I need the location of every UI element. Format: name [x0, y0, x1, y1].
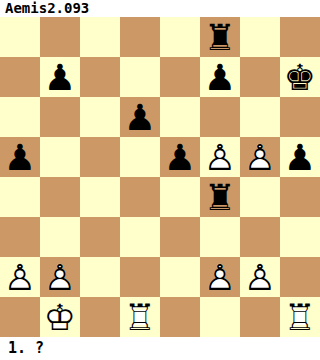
square-c6[interactable] — [80, 97, 120, 137]
piece-outline: ♖ — [280, 297, 320, 337]
square-h3[interactable] — [280, 217, 320, 257]
piece-outline: ♙ — [240, 137, 280, 177]
square-a1[interactable] — [0, 297, 40, 337]
square-g3[interactable] — [240, 217, 280, 257]
piece-outline: ♙ — [200, 257, 240, 297]
square-f6[interactable] — [200, 97, 240, 137]
square-g4[interactable] — [240, 177, 280, 217]
black-pawn-b7: ♟ — [40, 57, 80, 97]
square-a3[interactable] — [0, 217, 40, 257]
square-c7[interactable] — [80, 57, 120, 97]
square-h6[interactable] — [280, 97, 320, 137]
square-e4[interactable] — [160, 177, 200, 217]
square-a5[interactable]: ♟ — [0, 137, 40, 177]
black-pawn-h5: ♟ — [280, 137, 320, 177]
piece-outline: ♙ — [0, 257, 40, 297]
white-rook-h1: ♜♖ — [280, 297, 320, 337]
black-pawn-a5: ♟ — [0, 137, 40, 177]
square-c4[interactable] — [80, 177, 120, 217]
square-a8[interactable] — [0, 17, 40, 57]
white-pawn-g2: ♟♙ — [240, 257, 280, 297]
square-b3[interactable] — [40, 217, 80, 257]
square-e3[interactable] — [160, 217, 200, 257]
white-pawn-g5: ♟♙ — [240, 137, 280, 177]
square-g1[interactable] — [240, 297, 280, 337]
square-c1[interactable] — [80, 297, 120, 337]
black-king-h7: ♚ — [280, 57, 320, 97]
white-king-b1: ♚♔ — [40, 297, 80, 337]
black-pawn-d6: ♟ — [120, 97, 160, 137]
move-prompt: 1. ? — [0, 337, 320, 360]
piece-outline: ♔ — [40, 297, 80, 337]
piece-outline: ♙ — [240, 257, 280, 297]
white-pawn-b2: ♟♙ — [40, 257, 80, 297]
square-f7[interactable]: ♟ — [200, 57, 240, 97]
square-f5[interactable]: ♟♙ — [200, 137, 240, 177]
square-a2[interactable]: ♟♙ — [0, 257, 40, 297]
square-h1[interactable]: ♜♖ — [280, 297, 320, 337]
piece-outline: ♙ — [40, 257, 80, 297]
square-e5[interactable]: ♟ — [160, 137, 200, 177]
square-c8[interactable] — [80, 17, 120, 57]
square-e7[interactable] — [160, 57, 200, 97]
piece-outline: ♙ — [200, 137, 240, 177]
chess-board: ♜♟♟♚♟♟♟♟♙♟♙♟♜♟♙♟♙♟♙♟♙♚♔♜♖♜♖ — [0, 17, 320, 337]
square-b8[interactable] — [40, 17, 80, 57]
square-b7[interactable]: ♟ — [40, 57, 80, 97]
square-d4[interactable] — [120, 177, 160, 217]
square-c2[interactable] — [80, 257, 120, 297]
square-h4[interactable] — [280, 177, 320, 217]
square-f3[interactable] — [200, 217, 240, 257]
square-h8[interactable] — [280, 17, 320, 57]
square-g5[interactable]: ♟♙ — [240, 137, 280, 177]
square-e8[interactable] — [160, 17, 200, 57]
black-pawn-f7: ♟ — [200, 57, 240, 97]
square-b1[interactable]: ♚♔ — [40, 297, 80, 337]
white-pawn-f5: ♟♙ — [200, 137, 240, 177]
square-f4[interactable]: ♜ — [200, 177, 240, 217]
chess-program-window: Aemis2.093 ♜♟♟♚♟♟♟♟♙♟♙♟♜♟♙♟♙♟♙♟♙♚♔♜♖♜♖ 1… — [0, 0, 320, 360]
square-e6[interactable] — [160, 97, 200, 137]
black-rook-f8: ♜ — [200, 17, 240, 57]
puzzle-title: Aemis2.093 — [0, 0, 320, 17]
square-g2[interactable]: ♟♙ — [240, 257, 280, 297]
square-d6[interactable]: ♟ — [120, 97, 160, 137]
square-e2[interactable] — [160, 257, 200, 297]
square-d1[interactable]: ♜♖ — [120, 297, 160, 337]
square-a4[interactable] — [0, 177, 40, 217]
square-c5[interactable] — [80, 137, 120, 177]
square-f2[interactable]: ♟♙ — [200, 257, 240, 297]
square-d7[interactable] — [120, 57, 160, 97]
black-pawn-e5: ♟ — [160, 137, 200, 177]
square-h7[interactable]: ♚ — [280, 57, 320, 97]
square-g7[interactable] — [240, 57, 280, 97]
square-d2[interactable] — [120, 257, 160, 297]
white-pawn-f2: ♟♙ — [200, 257, 240, 297]
square-g8[interactable] — [240, 17, 280, 57]
square-g6[interactable] — [240, 97, 280, 137]
square-h2[interactable] — [280, 257, 320, 297]
white-rook-d1: ♜♖ — [120, 297, 160, 337]
square-f1[interactable] — [200, 297, 240, 337]
square-d8[interactable] — [120, 17, 160, 57]
square-e1[interactable] — [160, 297, 200, 337]
square-d3[interactable] — [120, 217, 160, 257]
square-a6[interactable] — [0, 97, 40, 137]
square-b4[interactable] — [40, 177, 80, 217]
square-b5[interactable] — [40, 137, 80, 177]
square-d5[interactable] — [120, 137, 160, 177]
square-a7[interactable] — [0, 57, 40, 97]
square-b2[interactable]: ♟♙ — [40, 257, 80, 297]
piece-outline: ♖ — [120, 297, 160, 337]
white-pawn-a2: ♟♙ — [0, 257, 40, 297]
square-f8[interactable]: ♜ — [200, 17, 240, 57]
black-rook-f4: ♜ — [200, 177, 240, 217]
square-c3[interactable] — [80, 217, 120, 257]
square-b6[interactable] — [40, 97, 80, 137]
square-h5[interactable]: ♟ — [280, 137, 320, 177]
